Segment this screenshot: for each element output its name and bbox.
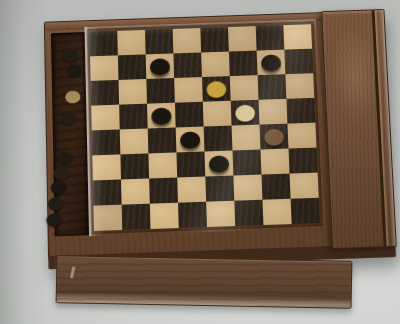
board-square[interactable]: ● bbox=[176, 127, 205, 153]
board-square[interactable] bbox=[146, 78, 175, 104]
board-square[interactable] bbox=[259, 99, 288, 125]
board-square[interactable] bbox=[233, 175, 262, 201]
board-square[interactable] bbox=[118, 54, 146, 80]
board-square[interactable]: ● bbox=[202, 76, 231, 102]
board-square[interactable] bbox=[173, 52, 202, 78]
board-square[interactable] bbox=[232, 150, 261, 176]
board-square[interactable]: ● bbox=[146, 53, 175, 79]
board-square[interactable]: ● bbox=[259, 124, 288, 150]
board-square[interactable] bbox=[201, 52, 230, 78]
board-square[interactable] bbox=[205, 176, 234, 202]
board-square[interactable] bbox=[145, 29, 173, 54]
board-square[interactable] bbox=[178, 202, 207, 228]
board-square[interactable] bbox=[234, 200, 263, 226]
board-square[interactable]: ● bbox=[231, 100, 260, 126]
game-box: ●●●●●●●●● ●●●●●●●● bbox=[44, 10, 396, 269]
board-square[interactable] bbox=[290, 173, 319, 199]
board-square[interactable] bbox=[90, 31, 118, 56]
checker-piece-black[interactable]: ● bbox=[178, 127, 201, 150]
board-square[interactable] bbox=[286, 98, 315, 124]
tray-piece[interactable]: ● bbox=[65, 60, 83, 77]
board-square[interactable] bbox=[175, 102, 204, 128]
board-square[interactable] bbox=[93, 179, 122, 205]
board-square[interactable] bbox=[118, 79, 147, 105]
board-square[interactable] bbox=[150, 203, 179, 229]
board-square[interactable] bbox=[117, 30, 145, 55]
board-square[interactable] bbox=[91, 105, 120, 131]
board-square[interactable] bbox=[148, 128, 177, 154]
board-square[interactable] bbox=[287, 123, 316, 149]
checker-piece-black[interactable]: ● bbox=[259, 50, 282, 72]
tray-piece[interactable]: ● bbox=[59, 108, 77, 125]
board-square[interactable]: ● bbox=[204, 150, 233, 176]
board-square[interactable] bbox=[284, 49, 313, 75]
board-square[interactable] bbox=[285, 73, 314, 99]
board-square[interactable] bbox=[291, 198, 320, 224]
board-square[interactable] bbox=[122, 204, 151, 230]
board-square[interactable] bbox=[261, 174, 290, 200]
board-square[interactable] bbox=[256, 25, 285, 50]
board-square[interactable] bbox=[229, 51, 258, 77]
board-square[interactable] bbox=[119, 104, 148, 130]
tray-piece[interactable]: ● bbox=[64, 87, 82, 104]
board-frame: ●●●●●●●● bbox=[87, 21, 324, 234]
board-square[interactable] bbox=[173, 28, 202, 53]
piece-tray: ●●●●●●●●● bbox=[51, 32, 89, 236]
checkerboard: ●●●●●●●● bbox=[90, 24, 320, 231]
box-lid-slat bbox=[56, 255, 353, 309]
board-square[interactable] bbox=[288, 148, 317, 174]
board-square[interactable] bbox=[120, 153, 149, 179]
checker-piece-cream[interactable]: ● bbox=[233, 100, 256, 123]
tray-piece[interactable]: ● bbox=[45, 210, 63, 227]
board-square[interactable] bbox=[203, 101, 232, 127]
board-square[interactable] bbox=[228, 26, 257, 51]
board-square[interactable] bbox=[260, 149, 289, 175]
board-square[interactable] bbox=[148, 152, 177, 178]
board-square[interactable] bbox=[206, 201, 235, 227]
board-square[interactable] bbox=[262, 199, 291, 225]
board-square[interactable]: ● bbox=[147, 103, 176, 129]
board-square[interactable] bbox=[232, 125, 261, 151]
board-square[interactable] bbox=[90, 55, 118, 81]
checker-piece-black[interactable]: ● bbox=[207, 150, 231, 173]
board-square[interactable] bbox=[91, 80, 119, 106]
checker-piece-yellow[interactable]: ● bbox=[205, 76, 228, 99]
checker-piece-brown[interactable]: ● bbox=[262, 124, 286, 147]
board-square[interactable] bbox=[258, 74, 287, 100]
board-square[interactable]: ● bbox=[257, 50, 286, 76]
board-square[interactable] bbox=[121, 178, 150, 204]
slat-scratch-mark bbox=[70, 266, 76, 278]
board-square[interactable] bbox=[177, 177, 206, 203]
board-square[interactable] bbox=[93, 205, 122, 231]
checker-piece-black[interactable]: ● bbox=[148, 53, 171, 75]
sliding-lid[interactable] bbox=[321, 9, 397, 249]
board-square[interactable] bbox=[174, 77, 203, 103]
board-square[interactable] bbox=[230, 75, 259, 101]
board-square[interactable] bbox=[176, 151, 205, 177]
checker-piece-black[interactable]: ● bbox=[150, 103, 173, 126]
board-square[interactable] bbox=[120, 128, 149, 154]
board-square[interactable] bbox=[200, 27, 229, 52]
photo-background: ●●●●●●●●● ●●●●●●●● bbox=[0, 0, 400, 324]
board-square[interactable] bbox=[283, 24, 312, 49]
board-square[interactable] bbox=[204, 126, 233, 152]
board-square[interactable] bbox=[92, 129, 121, 155]
board-square[interactable] bbox=[92, 154, 121, 180]
board-square[interactable] bbox=[149, 178, 178, 204]
